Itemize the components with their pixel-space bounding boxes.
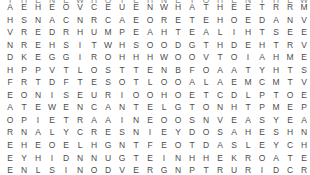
- grid-cell[interactable]: R: [157, 14, 171, 27]
- grid-cell[interactable]: V: [297, 76, 310, 89]
- grid-cell[interactable]: P: [17, 114, 31, 127]
- grid-cell[interactable]: M: [297, 1, 310, 14]
- grid-cell[interactable]: Y: [171, 126, 185, 139]
- grid-cell[interactable]: H: [31, 152, 45, 165]
- grid-cell[interactable]: E: [157, 126, 171, 139]
- grid-cell[interactable]: V: [3, 26, 17, 39]
- grid-cell[interactable]: O: [3, 114, 17, 127]
- grid-cell[interactable]: T: [129, 152, 143, 165]
- grid-cell[interactable]: H: [213, 1, 227, 14]
- grid-cell[interactable]: N: [17, 164, 31, 175]
- grid-cell[interactable]: T: [129, 139, 143, 152]
- grid-cell[interactable]: O: [283, 89, 297, 102]
- grid-cell[interactable]: V: [297, 39, 310, 52]
- grid-cell[interactable]: T: [199, 164, 213, 175]
- grid-cell[interactable]: O: [87, 164, 101, 175]
- grid-cell[interactable]: R: [87, 126, 101, 139]
- grid-cell[interactable]: R: [87, 14, 101, 27]
- grid-cell[interactable]: N: [143, 1, 157, 14]
- grid-cell[interactable]: E: [101, 126, 115, 139]
- grid-cell[interactable]: L: [241, 139, 255, 152]
- grid-cell[interactable]: S: [59, 89, 73, 102]
- grid-cell[interactable]: H: [297, 139, 310, 152]
- grid-cell[interactable]: S: [17, 14, 31, 27]
- grid-cell[interactable]: T: [185, 14, 199, 27]
- grid-cell[interactable]: H: [115, 51, 129, 64]
- grid-cell[interactable]: T: [59, 114, 73, 127]
- grid-cell[interactable]: M: [269, 76, 283, 89]
- grid-cell[interactable]: L: [45, 126, 59, 139]
- grid-cell[interactable]: O: [157, 76, 171, 89]
- grid-cell[interactable]: F: [59, 76, 73, 89]
- grid-cell[interactable]: E: [129, 14, 143, 27]
- grid-cell[interactable]: H: [3, 14, 17, 27]
- grid-cell[interactable]: E: [297, 152, 310, 165]
- grid-cell[interactable]: E: [185, 26, 199, 39]
- grid-cell[interactable]: E: [185, 89, 199, 102]
- grid-cell[interactable]: I: [45, 89, 59, 102]
- grid-cell[interactable]: C: [87, 1, 101, 14]
- grid-cell[interactable]: T: [185, 139, 199, 152]
- grid-cell[interactable]: R: [297, 164, 310, 175]
- grid-cell[interactable]: E: [31, 101, 45, 114]
- grid-cell[interactable]: D: [227, 89, 241, 102]
- grid-cell[interactable]: S: [115, 126, 129, 139]
- grid-cell[interactable]: E: [101, 1, 115, 14]
- grid-cell[interactable]: R: [87, 51, 101, 64]
- grid-cell[interactable]: D: [3, 51, 17, 64]
- grid-cell[interactable]: H: [213, 39, 227, 52]
- grid-cell[interactable]: A: [269, 152, 283, 165]
- grid-cell[interactable]: H: [31, 1, 45, 14]
- grid-cell[interactable]: M: [241, 76, 255, 89]
- grid-cell[interactable]: D: [227, 39, 241, 52]
- grid-cell[interactable]: E: [59, 101, 73, 114]
- grid-cell[interactable]: R: [73, 114, 87, 127]
- grid-cell[interactable]: R: [283, 1, 297, 14]
- grid-cell[interactable]: O: [17, 89, 31, 102]
- grid-cell[interactable]: L: [213, 26, 227, 39]
- grid-cell[interactable]: O: [157, 114, 171, 127]
- grid-cell[interactable]: E: [283, 26, 297, 39]
- grid-cell[interactable]: N: [297, 126, 310, 139]
- grid-cell[interactable]: S: [269, 26, 283, 39]
- grid-cell[interactable]: T: [171, 26, 185, 39]
- grid-cell[interactable]: V: [45, 64, 59, 77]
- grid-cell[interactable]: M: [269, 101, 283, 114]
- grid-cell[interactable]: I: [73, 39, 87, 52]
- grid-cell[interactable]: L: [73, 139, 87, 152]
- grid-cell[interactable]: A: [213, 139, 227, 152]
- grid-cell[interactable]: N: [31, 14, 45, 27]
- grid-cell[interactable]: T: [129, 101, 143, 114]
- grid-cell[interactable]: L: [157, 101, 171, 114]
- grid-cell[interactable]: K: [227, 152, 241, 165]
- grid-cell[interactable]: P: [297, 101, 310, 114]
- grid-cell[interactable]: I: [31, 114, 45, 127]
- grid-cell[interactable]: M: [101, 26, 115, 39]
- grid-cell[interactable]: N: [73, 152, 87, 165]
- grid-cell[interactable]: E: [3, 139, 17, 152]
- grid-cell[interactable]: P: [255, 89, 269, 102]
- grid-cell[interactable]: V: [297, 14, 310, 27]
- grid-cell[interactable]: A: [101, 114, 115, 127]
- grid-cell[interactable]: H: [269, 64, 283, 77]
- grid-cell[interactable]: H: [87, 139, 101, 152]
- grid-cell[interactable]: E: [143, 152, 157, 165]
- grid-cell[interactable]: A: [3, 1, 17, 14]
- grid-cell[interactable]: H: [157, 26, 171, 39]
- grid-cell[interactable]: R: [17, 76, 31, 89]
- grid-cell[interactable]: L: [241, 89, 255, 102]
- grid-cell[interactable]: A: [87, 114, 101, 127]
- grid-cell[interactable]: U: [87, 89, 101, 102]
- grid-cell[interactable]: L: [199, 76, 213, 89]
- grid-cell[interactable]: C: [283, 139, 297, 152]
- grid-cell[interactable]: G: [115, 152, 129, 165]
- grid-cell[interactable]: E: [73, 89, 87, 102]
- grid-cell[interactable]: O: [227, 51, 241, 64]
- grid-cell[interactable]: M: [283, 51, 297, 64]
- grid-cell[interactable]: H: [213, 14, 227, 27]
- grid-cell[interactable]: D: [199, 139, 213, 152]
- grid-cell[interactable]: V: [73, 1, 87, 14]
- grid-cell[interactable]: E: [241, 1, 255, 14]
- grid-cell[interactable]: T: [199, 39, 213, 52]
- grid-cell[interactable]: I: [73, 51, 87, 64]
- grid-cell[interactable]: N: [171, 152, 185, 165]
- grid-cell[interactable]: A: [3, 101, 17, 114]
- grid-cell[interactable]: T: [213, 51, 227, 64]
- grid-cell[interactable]: I: [45, 152, 59, 165]
- grid-cell[interactable]: O: [171, 89, 185, 102]
- grid-cell[interactable]: D: [255, 14, 269, 27]
- grid-cell[interactable]: E: [3, 89, 17, 102]
- grid-cell[interactable]: E: [129, 164, 143, 175]
- grid-cell[interactable]: I: [255, 164, 269, 175]
- grid-cell[interactable]: R: [213, 164, 227, 175]
- grid-cell[interactable]: O: [171, 76, 185, 89]
- grid-cell[interactable]: G: [59, 51, 73, 64]
- grid-cell[interactable]: N: [199, 114, 213, 127]
- grid-cell[interactable]: T: [73, 76, 87, 89]
- grid-cell[interactable]: N: [171, 164, 185, 175]
- grid-cell[interactable]: N: [73, 14, 87, 27]
- grid-cell[interactable]: I: [157, 152, 171, 165]
- grid-cell[interactable]: E: [3, 164, 17, 175]
- grid-cell[interactable]: U: [227, 164, 241, 175]
- grid-cell[interactable]: A: [269, 14, 283, 27]
- grid-cell[interactable]: H: [199, 152, 213, 165]
- grid-cell[interactable]: E: [31, 39, 45, 52]
- grid-cell[interactable]: E: [129, 1, 143, 14]
- grid-cell[interactable]: T: [241, 101, 255, 114]
- grid-cell[interactable]: V: [199, 51, 213, 64]
- grid-cell[interactable]: H: [17, 139, 31, 152]
- grid-cell[interactable]: A: [297, 114, 310, 127]
- grid-cell[interactable]: T: [255, 26, 269, 39]
- grid-cell[interactable]: B: [171, 64, 185, 77]
- grid-cell[interactable]: T: [283, 152, 297, 165]
- grid-cell[interactable]: R: [3, 126, 17, 139]
- grid-cell[interactable]: T: [31, 76, 45, 89]
- grid-cell[interactable]: H: [171, 1, 185, 14]
- grid-cell[interactable]: S: [45, 164, 59, 175]
- grid-cell[interactable]: R: [17, 39, 31, 52]
- grid-cell[interactable]: R: [101, 89, 115, 102]
- grid-cell[interactable]: I: [115, 89, 129, 102]
- grid-cell[interactable]: A: [227, 64, 241, 77]
- grid-cell[interactable]: I: [241, 51, 255, 64]
- grid-cell[interactable]: T: [199, 89, 213, 102]
- grid-cell[interactable]: F: [185, 64, 199, 77]
- grid-cell[interactable]: O: [59, 1, 73, 14]
- grid-cell[interactable]: E: [129, 26, 143, 39]
- grid-cell[interactable]: O: [143, 89, 157, 102]
- grid-cell[interactable]: O: [185, 51, 199, 64]
- grid-cell[interactable]: C: [255, 76, 269, 89]
- grid-cell[interactable]: T: [199, 1, 213, 14]
- grid-cell[interactable]: E: [3, 152, 17, 165]
- grid-cell[interactable]: N: [17, 126, 31, 139]
- grid-cell[interactable]: I: [227, 26, 241, 39]
- grid-cell[interactable]: T: [241, 64, 255, 77]
- grid-cell[interactable]: C: [283, 164, 297, 175]
- grid-cell[interactable]: N: [115, 101, 129, 114]
- grid-cell[interactable]: A: [115, 14, 129, 27]
- grid-cell[interactable]: H: [115, 39, 129, 52]
- grid-cell[interactable]: F: [143, 139, 157, 152]
- grid-cell[interactable]: T: [17, 101, 31, 114]
- grid-cell[interactable]: N: [129, 114, 143, 127]
- grid-cell[interactable]: E: [227, 114, 241, 127]
- grid-cell[interactable]: W: [157, 51, 171, 64]
- grid-cell[interactable]: A: [185, 76, 199, 89]
- grid-cell[interactable]: Y: [255, 64, 269, 77]
- grid-cell[interactable]: V: [115, 164, 129, 175]
- grid-cell[interactable]: U: [87, 26, 101, 39]
- grid-cell[interactable]: H: [227, 101, 241, 114]
- grid-cell[interactable]: T: [87, 39, 101, 52]
- grid-cell[interactable]: A: [241, 114, 255, 127]
- grid-cell[interactable]: O: [129, 89, 143, 102]
- grid-cell[interactable]: H: [143, 51, 157, 64]
- grid-cell[interactable]: G: [45, 51, 59, 64]
- grid-cell[interactable]: A: [185, 1, 199, 14]
- grid-cell[interactable]: A: [199, 26, 213, 39]
- grid-cell[interactable]: O: [199, 64, 213, 77]
- grid-cell[interactable]: G: [157, 164, 171, 175]
- grid-cell[interactable]: E: [143, 114, 157, 127]
- grid-cell[interactable]: N: [283, 14, 297, 27]
- grid-cell[interactable]: R: [59, 26, 73, 39]
- grid-cell[interactable]: E: [17, 1, 31, 14]
- grid-cell[interactable]: R: [241, 152, 255, 165]
- grid-cell[interactable]: O: [171, 139, 185, 152]
- grid-cell[interactable]: T: [283, 76, 297, 89]
- grid-cell[interactable]: S: [59, 39, 73, 52]
- grid-cell[interactable]: O: [157, 39, 171, 52]
- grid-cell[interactable]: T: [59, 64, 73, 77]
- grid-cell[interactable]: E: [241, 39, 255, 52]
- grid-cell[interactable]: W: [157, 1, 171, 14]
- grid-cell[interactable]: S: [269, 126, 283, 139]
- grid-cell[interactable]: K: [17, 51, 31, 64]
- grid-cell[interactable]: H: [255, 39, 269, 52]
- grid-cell[interactable]: O: [171, 114, 185, 127]
- grid-cell[interactable]: R: [17, 26, 31, 39]
- grid-cell[interactable]: H: [45, 39, 59, 52]
- grid-cell[interactable]: E: [297, 89, 310, 102]
- grid-cell[interactable]: E: [213, 152, 227, 165]
- grid-cell[interactable]: L: [73, 64, 87, 77]
- grid-cell[interactable]: O: [227, 14, 241, 27]
- grid-cell[interactable]: E: [87, 76, 101, 89]
- grid-cell[interactable]: E: [143, 101, 157, 114]
- grid-cell[interactable]: H: [185, 152, 199, 165]
- grid-cell[interactable]: N: [213, 101, 227, 114]
- grid-cell[interactable]: H: [3, 64, 17, 77]
- grid-cell[interactable]: E: [297, 26, 310, 39]
- grid-cell[interactable]: O: [101, 51, 115, 64]
- grid-cell[interactable]: V: [213, 114, 227, 127]
- grid-cell[interactable]: E: [45, 114, 59, 127]
- grid-cell[interactable]: U: [115, 1, 129, 14]
- grid-cell[interactable]: D: [171, 39, 185, 52]
- grid-cell[interactable]: D: [269, 164, 283, 175]
- grid-cell[interactable]: A: [143, 26, 157, 39]
- grid-cell[interactable]: E: [297, 51, 310, 64]
- grid-cell[interactable]: E: [255, 126, 269, 139]
- grid-cell[interactable]: C: [213, 89, 227, 102]
- grid-cell[interactable]: C: [59, 14, 73, 27]
- grid-cell[interactable]: P: [115, 26, 129, 39]
- grid-cell[interactable]: F: [3, 76, 17, 89]
- grid-cell[interactable]: O: [115, 76, 129, 89]
- grid-cell[interactable]: S: [185, 114, 199, 127]
- grid-cell[interactable]: S: [255, 114, 269, 127]
- grid-cell[interactable]: Y: [59, 126, 73, 139]
- grid-cell[interactable]: A: [255, 51, 269, 64]
- grid-cell[interactable]: E: [227, 1, 241, 14]
- grid-cell[interactable]: N: [3, 39, 17, 52]
- grid-cell[interactable]: E: [45, 1, 59, 14]
- grid-cell[interactable]: R: [241, 164, 255, 175]
- grid-cell[interactable]: S: [101, 64, 115, 77]
- grid-cell[interactable]: H: [269, 51, 283, 64]
- grid-cell[interactable]: O: [143, 39, 157, 52]
- grid-cell[interactable]: E: [157, 139, 171, 152]
- grid-cell[interactable]: I: [115, 114, 129, 127]
- grid-cell[interactable]: P: [31, 64, 45, 77]
- grid-cell[interactable]: Y: [269, 114, 283, 127]
- grid-cell[interactable]: N: [87, 152, 101, 165]
- grid-cell[interactable]: E: [255, 139, 269, 152]
- grid-cell[interactable]: O: [255, 152, 269, 165]
- grid-cell[interactable]: C: [101, 14, 115, 27]
- grid-cell[interactable]: C: [87, 101, 101, 114]
- grid-cell[interactable]: T: [255, 1, 269, 14]
- grid-cell[interactable]: H: [241, 126, 255, 139]
- grid-cell[interactable]: E: [199, 14, 213, 27]
- grid-cell[interactable]: E: [227, 76, 241, 89]
- grid-cell[interactable]: T: [283, 64, 297, 77]
- grid-cell[interactable]: E: [31, 26, 45, 39]
- grid-cell[interactable]: D: [101, 164, 115, 175]
- grid-cell[interactable]: T: [185, 101, 199, 114]
- grid-cell[interactable]: E: [143, 64, 157, 77]
- grid-cell[interactable]: O: [45, 139, 59, 152]
- grid-cell[interactable]: D: [45, 26, 59, 39]
- grid-cell[interactable]: R: [283, 39, 297, 52]
- grid-cell[interactable]: P: [255, 101, 269, 114]
- grid-cell[interactable]: R: [269, 1, 283, 14]
- grid-cell[interactable]: A: [45, 14, 59, 27]
- grid-cell[interactable]: S: [129, 39, 143, 52]
- grid-cell[interactable]: U: [101, 152, 115, 165]
- grid-cell[interactable]: N: [129, 126, 143, 139]
- grid-cell[interactable]: L: [31, 164, 45, 175]
- grid-cell[interactable]: A: [101, 101, 115, 114]
- grid-cell[interactable]: W: [101, 39, 115, 52]
- grid-cell[interactable]: A: [31, 126, 45, 139]
- grid-cell[interactable]: H: [157, 89, 171, 102]
- grid-cell[interactable]: H: [129, 51, 143, 64]
- grid-cell[interactable]: N: [115, 139, 129, 152]
- grid-cell[interactable]: H: [73, 26, 87, 39]
- grid-cell[interactable]: H: [241, 26, 255, 39]
- grid-cell[interactable]: E: [283, 101, 297, 114]
- grid-cell[interactable]: P: [17, 64, 31, 77]
- grid-cell[interactable]: E: [31, 51, 45, 64]
- grid-cell[interactable]: D: [45, 76, 59, 89]
- grid-cell[interactable]: E: [31, 139, 45, 152]
- grid-cell[interactable]: R: [143, 164, 157, 175]
- grid-cell[interactable]: S: [101, 76, 115, 89]
- grid-cell[interactable]: D: [185, 126, 199, 139]
- grid-cell[interactable]: O: [171, 51, 185, 64]
- grid-cell[interactable]: A: [213, 76, 227, 89]
- grid-cell[interactable]: E: [241, 14, 255, 27]
- grid-cell[interactable]: P: [185, 164, 199, 175]
- grid-cell[interactable]: L: [143, 76, 157, 89]
- grid-cell[interactable]: O: [199, 126, 213, 139]
- grid-cell[interactable]: T: [129, 76, 143, 89]
- grid-cell[interactable]: N: [31, 89, 45, 102]
- grid-cell[interactable]: S: [213, 126, 227, 139]
- grid-cell[interactable]: G: [185, 39, 199, 52]
- grid-cell[interactable]: A: [213, 64, 227, 77]
- grid-cell[interactable]: N: [73, 101, 87, 114]
- grid-cell[interactable]: T: [115, 64, 129, 77]
- grid-cell[interactable]: O: [199, 101, 213, 114]
- grid-cell[interactable]: O: [87, 64, 101, 77]
- grid-cell[interactable]: G: [171, 101, 185, 114]
- grid-cell[interactable]: C: [73, 126, 87, 139]
- grid-cell[interactable]: D: [59, 152, 73, 165]
- grid-cell[interactable]: I: [59, 164, 73, 175]
- grid-cell[interactable]: E: [59, 139, 73, 152]
- grid-cell[interactable]: T: [129, 64, 143, 77]
- grid-cell[interactable]: N: [73, 164, 87, 175]
- grid-cell[interactable]: W: [45, 101, 59, 114]
- grid-cell[interactable]: I: [143, 126, 157, 139]
- grid-cell[interactable]: Y: [17, 152, 31, 165]
- grid-cell[interactable]: E: [171, 14, 185, 27]
- grid-cell[interactable]: S: [297, 64, 310, 77]
- grid-cell[interactable]: Y: [269, 139, 283, 152]
- grid-cell[interactable]: T: [269, 39, 283, 52]
